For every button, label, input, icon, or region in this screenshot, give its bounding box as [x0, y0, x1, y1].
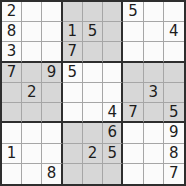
- cell-r1c7[interactable]: 5: [123, 2, 143, 22]
- cell-r8c7[interactable]: [123, 144, 143, 164]
- cell-r5c9[interactable]: [164, 83, 184, 103]
- cell-r7c6[interactable]: 6: [103, 123, 123, 143]
- cell-r1c9[interactable]: [164, 2, 184, 22]
- cell-r5c8[interactable]: 3: [144, 83, 164, 103]
- cell-r9c1[interactable]: [2, 164, 22, 184]
- cell-r2c6[interactable]: [103, 22, 123, 42]
- cell-r1c5[interactable]: [83, 2, 103, 22]
- cell-r2c5[interactable]: 5: [83, 22, 103, 42]
- cell-r6c8[interactable]: [144, 103, 164, 123]
- cell-r9c4[interactable]: [63, 164, 83, 184]
- cell-r4c6[interactable]: [103, 63, 123, 83]
- cell-r3c6[interactable]: [103, 42, 123, 62]
- cell-r4c1[interactable]: 7: [2, 63, 22, 83]
- cell-r2c7[interactable]: [123, 22, 143, 42]
- cell-r1c2[interactable]: [22, 2, 42, 22]
- cell-r6c1[interactable]: [2, 103, 22, 123]
- cell-r7c5[interactable]: [83, 123, 103, 143]
- cell-r2c8[interactable]: [144, 22, 164, 42]
- cell-r3c5[interactable]: [83, 42, 103, 62]
- cell-r3c7[interactable]: [123, 42, 143, 62]
- cell-r7c7[interactable]: [123, 123, 143, 143]
- cell-r2c2[interactable]: [22, 22, 42, 42]
- cell-r1c4[interactable]: [63, 2, 83, 22]
- cell-r8c2[interactable]: [22, 144, 42, 164]
- cell-r5c5[interactable]: [83, 83, 103, 103]
- cell-r9c7[interactable]: [123, 164, 143, 184]
- cell-r7c2[interactable]: [22, 123, 42, 143]
- cell-r9c6[interactable]: [103, 164, 123, 184]
- cell-r1c6[interactable]: [103, 2, 123, 22]
- cell-r8c5[interactable]: 2: [83, 144, 103, 164]
- cell-r1c8[interactable]: [144, 2, 164, 22]
- cell-r4c3[interactable]: 9: [42, 63, 62, 83]
- cell-r7c9[interactable]: 9: [164, 123, 184, 143]
- cell-r8c4[interactable]: [63, 144, 83, 164]
- cell-r4c2[interactable]: [22, 63, 42, 83]
- cell-r8c1[interactable]: 1: [2, 144, 22, 164]
- cell-r3c1[interactable]: 3: [2, 42, 22, 62]
- cell-r7c8[interactable]: [144, 123, 164, 143]
- cell-r9c3[interactable]: 8: [42, 164, 62, 184]
- cell-r8c6[interactable]: 5: [103, 144, 123, 164]
- cell-r2c4[interactable]: 1: [63, 22, 83, 42]
- cell-r3c2[interactable]: [22, 42, 42, 62]
- cell-r6c2[interactable]: [22, 103, 42, 123]
- cell-r8c3[interactable]: [42, 144, 62, 164]
- cell-r4c9[interactable]: [164, 63, 184, 83]
- cell-r3c9[interactable]: [164, 42, 184, 62]
- cell-r5c4[interactable]: [63, 83, 83, 103]
- cell-r4c7[interactable]: [123, 63, 143, 83]
- cell-r9c2[interactable]: [22, 164, 42, 184]
- cell-r5c3[interactable]: [42, 83, 62, 103]
- cell-r3c3[interactable]: [42, 42, 62, 62]
- cell-r1c3[interactable]: [42, 2, 62, 22]
- cell-r8c8[interactable]: [144, 144, 164, 164]
- sudoku-board: 258154377952347569125887: [0, 0, 186, 186]
- cell-r9c9[interactable]: 7: [164, 164, 184, 184]
- cell-r2c1[interactable]: 8: [2, 22, 22, 42]
- cell-r3c4[interactable]: 7: [63, 42, 83, 62]
- cell-r5c1[interactable]: [2, 83, 22, 103]
- cell-r3c8[interactable]: [144, 42, 164, 62]
- cell-r6c7[interactable]: 7: [123, 103, 143, 123]
- cell-r7c3[interactable]: [42, 123, 62, 143]
- cell-r1c1[interactable]: 2: [2, 2, 22, 22]
- cell-r7c1[interactable]: [2, 123, 22, 143]
- cell-r4c8[interactable]: [144, 63, 164, 83]
- cell-r7c4[interactable]: [63, 123, 83, 143]
- cell-r6c9[interactable]: 5: [164, 103, 184, 123]
- cell-r5c6[interactable]: [103, 83, 123, 103]
- cell-r9c5[interactable]: [83, 164, 103, 184]
- cell-r2c9[interactable]: 4: [164, 22, 184, 42]
- cell-r5c7[interactable]: [123, 83, 143, 103]
- cell-r4c5[interactable]: [83, 63, 103, 83]
- cell-r8c9[interactable]: 8: [164, 144, 184, 164]
- cell-r6c4[interactable]: [63, 103, 83, 123]
- cell-r4c4[interactable]: 5: [63, 63, 83, 83]
- cell-r6c6[interactable]: 4: [103, 103, 123, 123]
- cell-r2c3[interactable]: [42, 22, 62, 42]
- cell-r5c2[interactable]: 2: [22, 83, 42, 103]
- cell-r6c3[interactable]: [42, 103, 62, 123]
- cell-r9c8[interactable]: [144, 164, 164, 184]
- cell-r6c5[interactable]: [83, 103, 103, 123]
